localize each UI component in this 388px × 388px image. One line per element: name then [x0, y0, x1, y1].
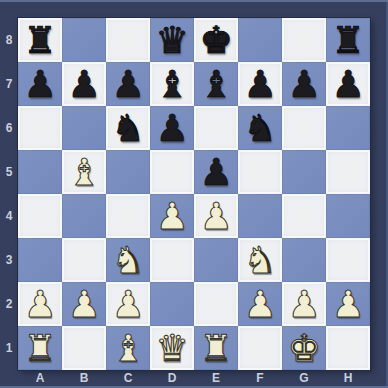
black-queen-piece[interactable]: ♛ — [150, 18, 194, 62]
rank-label-6: 6 — [0, 106, 18, 150]
white-bishop-piece[interactable]: ♝ — [106, 326, 150, 370]
white-bishop-piece[interactable]: ♝ — [62, 150, 106, 194]
white-king-piece[interactable]: ♚ — [282, 326, 326, 370]
square-c5[interactable] — [106, 150, 150, 194]
square-a6[interactable] — [18, 106, 62, 150]
square-g3[interactable] — [282, 238, 326, 282]
square-g8[interactable] — [282, 18, 326, 62]
square-e8[interactable]: ♚ — [194, 18, 238, 62]
square-d4[interactable]: ♟ — [150, 194, 194, 238]
black-bishop-piece[interactable]: ♝ — [194, 62, 238, 106]
square-e4[interactable]: ♟ — [194, 194, 238, 238]
square-e2[interactable] — [194, 282, 238, 326]
square-h7[interactable]: ♟ — [326, 62, 370, 106]
white-pawn-piece[interactable]: ♟ — [238, 282, 282, 326]
square-b4[interactable] — [62, 194, 106, 238]
rank-label-5: 5 — [0, 150, 18, 194]
square-d3[interactable] — [150, 238, 194, 282]
square-b1[interactable] — [62, 326, 106, 370]
black-pawn-piece[interactable]: ♟ — [106, 62, 150, 106]
file-label-g: G — [282, 370, 326, 388]
square-e6[interactable] — [194, 106, 238, 150]
square-h8[interactable]: ♜ — [326, 18, 370, 62]
square-c8[interactable] — [106, 18, 150, 62]
white-pawn-piece[interactable]: ♟ — [150, 194, 194, 238]
square-d2[interactable] — [150, 282, 194, 326]
square-b6[interactable] — [62, 106, 106, 150]
square-f1[interactable] — [238, 326, 282, 370]
square-h1[interactable] — [326, 326, 370, 370]
black-bishop-piece[interactable]: ♝ — [150, 62, 194, 106]
square-g6[interactable] — [282, 106, 326, 150]
square-c6[interactable]: ♞ — [106, 106, 150, 150]
white-pawn-piece[interactable]: ♟ — [326, 282, 370, 326]
square-b3[interactable] — [62, 238, 106, 282]
file-label-b: B — [62, 370, 106, 388]
square-g4[interactable] — [282, 194, 326, 238]
square-b5[interactable]: ♝ — [62, 150, 106, 194]
black-rook-piece[interactable]: ♜ — [18, 18, 62, 62]
square-c2[interactable]: ♟ — [106, 282, 150, 326]
square-d6[interactable]: ♟ — [150, 106, 194, 150]
rank-label-4: 4 — [0, 194, 18, 238]
square-b8[interactable] — [62, 18, 106, 62]
chessboard-frame: 87654321 ♜♛♚♜♟♟♟♝♝♟♟♟♞♟♞♝♟♟♟♞♞♟♟♟♟♟♟♜♝♛♜… — [0, 0, 388, 388]
square-e1[interactable]: ♜ — [194, 326, 238, 370]
square-f4[interactable] — [238, 194, 282, 238]
white-knight-piece[interactable]: ♞ — [106, 238, 150, 282]
square-a1[interactable]: ♜ — [18, 326, 62, 370]
black-knight-piece[interactable]: ♞ — [238, 106, 282, 150]
square-c3[interactable]: ♞ — [106, 238, 150, 282]
rank-label-3: 3 — [0, 238, 18, 282]
file-label-d: D — [150, 370, 194, 388]
white-queen-piece[interactable]: ♛ — [150, 326, 194, 370]
file-label-h: H — [326, 370, 370, 388]
white-pawn-piece[interactable]: ♟ — [62, 282, 106, 326]
black-knight-piece[interactable]: ♞ — [106, 106, 150, 150]
square-g5[interactable] — [282, 150, 326, 194]
black-king-piece[interactable]: ♚ — [194, 18, 238, 62]
rank-labels: 87654321 — [0, 18, 18, 370]
square-g1[interactable]: ♚ — [282, 326, 326, 370]
file-labels: ABCDEFGH — [18, 370, 370, 388]
square-h3[interactable] — [326, 238, 370, 282]
square-c7[interactable]: ♟ — [106, 62, 150, 106]
rank-label-8: 8 — [0, 18, 18, 62]
square-c1[interactable]: ♝ — [106, 326, 150, 370]
square-e3[interactable] — [194, 238, 238, 282]
square-f3[interactable]: ♞ — [238, 238, 282, 282]
square-h2[interactable]: ♟ — [326, 282, 370, 326]
square-h5[interactable] — [326, 150, 370, 194]
white-rook-piece[interactable]: ♜ — [18, 326, 62, 370]
black-pawn-piece[interactable]: ♟ — [238, 62, 282, 106]
white-knight-piece[interactable]: ♞ — [238, 238, 282, 282]
square-g7[interactable]: ♟ — [282, 62, 326, 106]
white-pawn-piece[interactable]: ♟ — [194, 194, 238, 238]
black-pawn-piece[interactable]: ♟ — [150, 106, 194, 150]
chess-board[interactable]: ♜♛♚♜♟♟♟♝♝♟♟♟♞♟♞♝♟♟♟♞♞♟♟♟♟♟♟♜♝♛♜♚ — [18, 18, 370, 370]
file-label-c: C — [106, 370, 150, 388]
square-g2[interactable]: ♟ — [282, 282, 326, 326]
white-pawn-piece[interactable]: ♟ — [282, 282, 326, 326]
square-h6[interactable] — [326, 106, 370, 150]
white-rook-piece[interactable]: ♜ — [194, 326, 238, 370]
square-f8[interactable] — [238, 18, 282, 62]
square-d7[interactable]: ♝ — [150, 62, 194, 106]
square-f2[interactable]: ♟ — [238, 282, 282, 326]
square-a3[interactable] — [18, 238, 62, 282]
square-c4[interactable] — [106, 194, 150, 238]
white-pawn-piece[interactable]: ♟ — [106, 282, 150, 326]
rank-label-7: 7 — [0, 62, 18, 106]
black-pawn-piece[interactable]: ♟ — [282, 62, 326, 106]
square-h4[interactable] — [326, 194, 370, 238]
square-f5[interactable] — [238, 150, 282, 194]
square-a4[interactable] — [18, 194, 62, 238]
square-f7[interactable]: ♟ — [238, 62, 282, 106]
file-label-f: F — [238, 370, 282, 388]
square-d8[interactable]: ♛ — [150, 18, 194, 62]
black-pawn-piece[interactable]: ♟ — [194, 150, 238, 194]
square-d5[interactable] — [150, 150, 194, 194]
square-b7[interactable]: ♟ — [62, 62, 106, 106]
square-a2[interactable]: ♟ — [18, 282, 62, 326]
black-pawn-piece[interactable]: ♟ — [18, 62, 62, 106]
black-pawn-piece[interactable]: ♟ — [326, 62, 370, 106]
rank-label-1: 1 — [0, 326, 18, 370]
square-d1[interactable]: ♛ — [150, 326, 194, 370]
black-pawn-piece[interactable]: ♟ — [62, 62, 106, 106]
file-label-e: E — [194, 370, 238, 388]
square-e7[interactable]: ♝ — [194, 62, 238, 106]
black-rook-piece[interactable]: ♜ — [326, 18, 370, 62]
file-label-a: A — [18, 370, 62, 388]
white-pawn-piece[interactable]: ♟ — [18, 282, 62, 326]
square-e5[interactable]: ♟ — [194, 150, 238, 194]
square-a7[interactable]: ♟ — [18, 62, 62, 106]
rank-label-2: 2 — [0, 282, 18, 326]
square-b2[interactable]: ♟ — [62, 282, 106, 326]
square-a5[interactable] — [18, 150, 62, 194]
square-a8[interactable]: ♜ — [18, 18, 62, 62]
square-f6[interactable]: ♞ — [238, 106, 282, 150]
